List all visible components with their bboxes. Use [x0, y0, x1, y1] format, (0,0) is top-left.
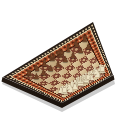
chess-set-photo: ♜♞♟♝♟♚♟♛♟♝♟♞♟♟♜♟♟♜♞♟♟♝♟♚♟♛♟♝♟♞♟♜: [0, 0, 120, 120]
